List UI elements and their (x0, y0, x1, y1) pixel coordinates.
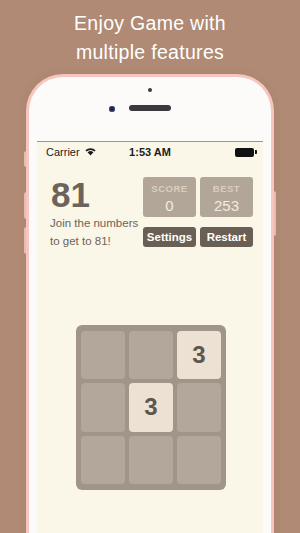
status-bar: Carrier 1:53 AM (37, 142, 263, 162)
settings-button[interactable]: Settings (143, 227, 196, 247)
board-cell-empty (177, 383, 221, 431)
best-box: BEST 253 (200, 177, 253, 217)
subtitle-line-2: to get to 81! (50, 233, 138, 251)
board-cell-empty (81, 383, 125, 431)
tile-3: 3 (129, 383, 173, 431)
score-value: 0 (143, 197, 196, 214)
front-camera (109, 106, 115, 112)
tile-3: 3 (177, 331, 221, 379)
subtitle-line-1: Join the numbers (50, 215, 138, 233)
battery-icon (235, 148, 254, 157)
board-cell-empty (81, 436, 125, 484)
screenshot-root: Enjoy Game with multiple features Carrie… (0, 0, 300, 533)
restart-button[interactable]: Restart (200, 227, 253, 247)
power-button (271, 191, 276, 236)
game-board[interactable]: 33 (76, 325, 226, 490)
board-cell-empty (81, 331, 125, 379)
proximity-sensor-dot (148, 88, 152, 92)
earpiece-speaker (129, 105, 171, 111)
board-cell-empty (129, 331, 173, 379)
board-cell-empty (177, 436, 221, 484)
promo-line-2: multiple features (0, 38, 300, 67)
app-screen: Carrier 1:53 AM 81 Join the numbers to g… (37, 141, 263, 533)
promo-line-1: Enjoy Game with (0, 9, 300, 38)
score-label: SCORE (143, 183, 196, 194)
clock-label: 1:53 AM (37, 142, 263, 162)
promo-caption: Enjoy Game with multiple features (0, 9, 300, 67)
game-subtitle: Join the numbers to get to 81! (50, 215, 138, 250)
game-title: 81 (51, 175, 90, 215)
best-value: 253 (200, 197, 253, 214)
score-box: SCORE 0 (143, 177, 196, 217)
best-label: BEST (200, 183, 253, 194)
board-cell-empty (129, 436, 173, 484)
iphone-mockup: Carrier 1:53 AM 81 Join the numbers to g… (29, 77, 271, 533)
